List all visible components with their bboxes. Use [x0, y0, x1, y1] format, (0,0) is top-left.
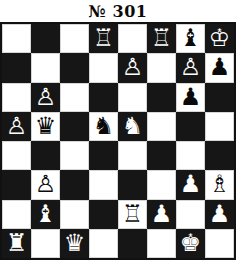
square-c3[interactable]	[60, 170, 89, 199]
square-e1[interactable]	[118, 229, 147, 258]
square-g4[interactable]	[176, 141, 205, 170]
square-g2[interactable]	[176, 200, 205, 229]
piece-white-rook: ♖	[122, 202, 144, 227]
square-a4[interactable]	[2, 141, 31, 170]
square-c7[interactable]	[60, 53, 89, 82]
square-f5[interactable]	[147, 112, 176, 141]
square-d5[interactable]: ♞	[89, 112, 118, 141]
square-e5[interactable]: ♞	[118, 112, 147, 141]
square-g1[interactable]: ♚	[176, 229, 205, 258]
square-b8[interactable]	[31, 24, 60, 53]
square-b1[interactable]	[31, 229, 60, 258]
square-h8[interactable]: ♔	[205, 24, 234, 53]
square-e3[interactable]	[118, 170, 147, 199]
square-e6[interactable]	[118, 83, 147, 112]
square-d2[interactable]	[89, 200, 118, 229]
piece-black-pawn: ♟	[209, 202, 231, 227]
square-g5[interactable]	[176, 112, 205, 141]
square-b3[interactable]: ♙	[31, 170, 60, 199]
square-f6[interactable]	[147, 83, 176, 112]
square-f2[interactable]: ♟	[147, 200, 176, 229]
piece-white-bishop: ♗	[209, 172, 231, 197]
square-e7[interactable]: ♙	[118, 53, 147, 82]
square-f1[interactable]	[147, 229, 176, 258]
square-e4[interactable]	[118, 141, 147, 170]
square-a5[interactable]: ♙	[2, 112, 31, 141]
square-d4[interactable]	[89, 141, 118, 170]
square-g3[interactable]: ♟	[176, 170, 205, 199]
square-g6[interactable]: ♟	[176, 83, 205, 112]
piece-white-rook: ♖	[151, 26, 173, 51]
square-b4[interactable]	[31, 141, 60, 170]
piece-black-pawn: ♟	[180, 85, 202, 110]
square-c5[interactable]	[60, 112, 89, 141]
square-g8[interactable]: ♝	[176, 24, 205, 53]
square-d3[interactable]	[89, 170, 118, 199]
piece-black-queen: ♛	[35, 114, 57, 139]
square-a2[interactable]	[2, 200, 31, 229]
square-h1[interactable]	[205, 229, 234, 258]
square-e8[interactable]	[118, 24, 147, 53]
square-d8[interactable]: ♖	[89, 24, 118, 53]
square-h6[interactable]	[205, 83, 234, 112]
square-c6[interactable]	[60, 83, 89, 112]
square-c8[interactable]	[60, 24, 89, 53]
square-c4[interactable]	[60, 141, 89, 170]
square-a7[interactable]	[2, 53, 31, 82]
square-h4[interactable]	[205, 141, 234, 170]
piece-black-knight: ♞	[93, 114, 115, 139]
piece-black-knight: ♞	[122, 114, 144, 139]
piece-black-queen: ♛	[64, 231, 86, 256]
square-d6[interactable]	[89, 83, 118, 112]
square-h2[interactable]: ♟	[205, 200, 234, 229]
square-a6[interactable]	[2, 83, 31, 112]
piece-black-pawn: ♟	[180, 172, 202, 197]
square-f4[interactable]	[147, 141, 176, 170]
piece-black-bishop: ♝	[180, 26, 202, 51]
piece-black-rook: ♜	[6, 231, 28, 256]
square-e2[interactable]: ♖	[118, 200, 147, 229]
square-f7[interactable]	[147, 53, 176, 82]
piece-white-pawn: ♙	[122, 55, 144, 80]
square-g7[interactable]: ♙	[176, 53, 205, 82]
piece-black-bishop: ♝	[35, 202, 57, 227]
square-d1[interactable]	[89, 229, 118, 258]
square-b6[interactable]: ♙	[31, 83, 60, 112]
piece-white-pawn: ♙	[180, 55, 202, 80]
square-h3[interactable]: ♗	[205, 170, 234, 199]
square-h5[interactable]	[205, 112, 234, 141]
square-f3[interactable]	[147, 170, 176, 199]
square-a8[interactable]	[2, 24, 31, 53]
piece-white-pawn: ♙	[35, 172, 57, 197]
piece-black-pawn: ♟	[209, 55, 231, 80]
piece-black-king: ♚	[180, 231, 202, 256]
piece-black-pawn: ♟	[151, 202, 173, 227]
square-b5[interactable]: ♛	[31, 112, 60, 141]
square-h7[interactable]: ♟	[205, 53, 234, 82]
chess-problem-page: № 301 ♖♖♝♔♙♙♟♙♟♙♛♞♞♙♟♗♝♖♟♟♜♛♚	[0, 0, 236, 260]
square-f8[interactable]: ♖	[147, 24, 176, 53]
square-c1[interactable]: ♛	[60, 229, 89, 258]
piece-white-pawn: ♙	[35, 85, 57, 110]
square-a1[interactable]: ♜	[2, 229, 31, 258]
square-b7[interactable]	[31, 53, 60, 82]
piece-white-king: ♔	[209, 26, 231, 51]
square-a3[interactable]	[2, 170, 31, 199]
square-d7[interactable]	[89, 53, 118, 82]
square-b2[interactable]: ♝	[31, 200, 60, 229]
piece-white-rook: ♖	[93, 26, 115, 51]
problem-number-title: № 301	[0, 0, 236, 22]
chess-board: ♖♖♝♔♙♙♟♙♟♙♛♞♞♙♟♗♝♖♟♟♜♛♚	[0, 22, 236, 260]
piece-white-pawn: ♙	[6, 114, 28, 139]
square-c2[interactable]	[60, 200, 89, 229]
